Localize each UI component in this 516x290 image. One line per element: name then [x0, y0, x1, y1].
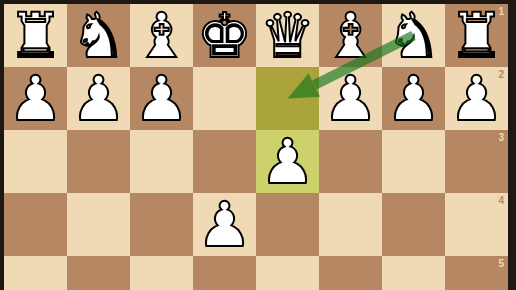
white-rook[interactable]: ♜	[4, 4, 67, 67]
white-pawn[interactable]: ♟	[193, 193, 256, 256]
rank-label-2: 2	[498, 69, 504, 80]
square-d5[interactable]	[256, 256, 319, 290]
square-a4[interactable]: 4	[445, 193, 508, 256]
square-h4[interactable]	[4, 193, 67, 256]
square-g3[interactable]	[67, 130, 130, 193]
rank-label-4: 4	[498, 195, 504, 206]
square-e5[interactable]	[193, 256, 256, 290]
white-queen[interactable]: ♛	[256, 4, 319, 67]
white-pawn[interactable]: ♟	[4, 67, 67, 130]
white-pawn[interactable]: ♟	[256, 130, 319, 193]
square-e4[interactable]: ♟	[193, 193, 256, 256]
square-d3[interactable]: ♟	[256, 130, 319, 193]
chess-board-frame: ♜♞♝♚♛♝♞♜1♟♟♟♟♟♟2♟3♟45	[0, 0, 516, 290]
square-e2[interactable]	[193, 67, 256, 130]
square-g5[interactable]	[67, 256, 130, 290]
white-knight[interactable]: ♞	[67, 4, 130, 67]
white-pawn[interactable]: ♟	[382, 67, 445, 130]
square-h3[interactable]	[4, 130, 67, 193]
square-a3[interactable]: 3	[445, 130, 508, 193]
square-f1[interactable]: ♝	[130, 4, 193, 67]
square-d2[interactable]	[256, 67, 319, 130]
square-d4[interactable]	[256, 193, 319, 256]
square-e1[interactable]: ♚	[193, 4, 256, 67]
square-b3[interactable]	[382, 130, 445, 193]
square-c3[interactable]	[319, 130, 382, 193]
square-b1[interactable]: ♞	[382, 4, 445, 67]
square-c2[interactable]: ♟	[319, 67, 382, 130]
square-g4[interactable]	[67, 193, 130, 256]
white-pawn[interactable]: ♟	[319, 67, 382, 130]
square-b4[interactable]	[382, 193, 445, 256]
square-d1[interactable]: ♛	[256, 4, 319, 67]
square-c4[interactable]	[319, 193, 382, 256]
square-h1[interactable]: ♜	[4, 4, 67, 67]
chess-board: ♜♞♝♚♛♝♞♜1♟♟♟♟♟♟2♟3♟45	[4, 4, 508, 290]
rank-label-5: 5	[498, 258, 504, 269]
white-bishop[interactable]: ♝	[319, 4, 382, 67]
white-bishop[interactable]: ♝	[130, 4, 193, 67]
square-b2[interactable]: ♟	[382, 67, 445, 130]
square-f4[interactable]	[130, 193, 193, 256]
square-g1[interactable]: ♞	[67, 4, 130, 67]
white-pawn[interactable]: ♟	[67, 67, 130, 130]
square-b5[interactable]	[382, 256, 445, 290]
square-a2[interactable]: ♟2	[445, 67, 508, 130]
rank-label-3: 3	[498, 132, 504, 143]
square-a5[interactable]: 5	[445, 256, 508, 290]
square-a1[interactable]: ♜1	[445, 4, 508, 67]
square-h2[interactable]: ♟	[4, 67, 67, 130]
white-pawn[interactable]: ♟	[130, 67, 193, 130]
square-g2[interactable]: ♟	[67, 67, 130, 130]
square-e3[interactable]	[193, 130, 256, 193]
square-h5[interactable]	[4, 256, 67, 290]
white-knight[interactable]: ♞	[382, 4, 445, 67]
square-c5[interactable]	[319, 256, 382, 290]
square-f5[interactable]	[130, 256, 193, 290]
rank-label-1: 1	[498, 6, 504, 17]
square-f2[interactable]: ♟	[130, 67, 193, 130]
white-king[interactable]: ♚	[193, 4, 256, 67]
square-f3[interactable]	[130, 130, 193, 193]
square-c1[interactable]: ♝	[319, 4, 382, 67]
